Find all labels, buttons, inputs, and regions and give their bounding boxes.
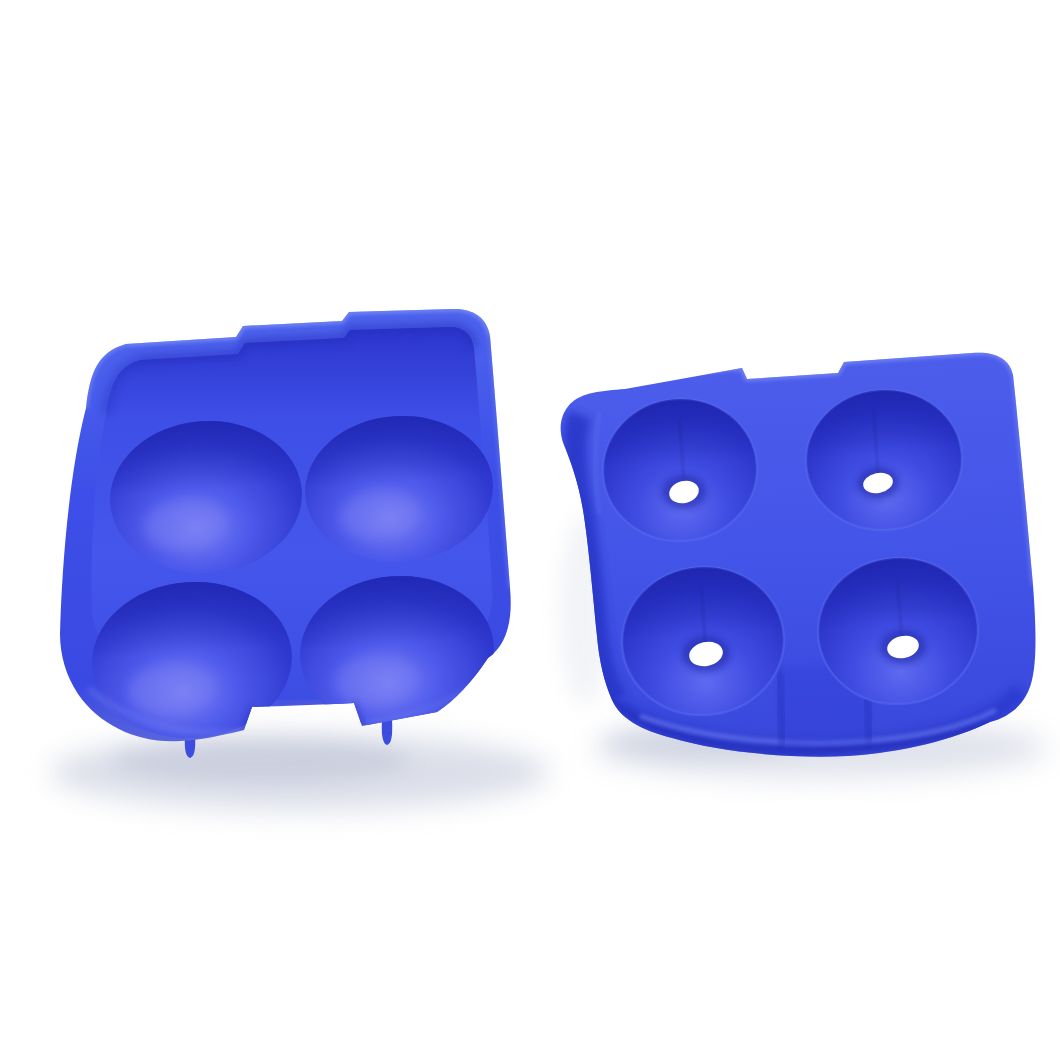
mold-lid-fill-hole: [880, 630, 926, 664]
base-cast-shadow: [110, 738, 410, 782]
mold-lid-fill-hole: [682, 636, 730, 672]
mold-lid-fill-hole: [857, 467, 899, 499]
ice-ball-mold-lid: [561, 353, 1036, 757]
product-photo: [0, 0, 1060, 1060]
ice-ball-mold-base: [60, 309, 511, 758]
scene-svg: [0, 0, 1060, 1060]
mold-lid-fill-hole: [662, 475, 706, 509]
